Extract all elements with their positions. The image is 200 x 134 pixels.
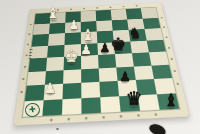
debris-speck <box>56 128 59 130</box>
square-b3 <box>45 70 64 85</box>
square-e3 <box>99 67 118 82</box>
square-b4 <box>46 57 64 71</box>
square-b5 <box>47 45 64 58</box>
square-f3 <box>116 66 136 81</box>
square-e2 <box>99 81 119 97</box>
square-h1 <box>157 93 180 110</box>
square-a6 <box>32 34 49 46</box>
square-a5 <box>30 45 48 58</box>
square-f5 <box>114 41 132 54</box>
brand-emblem-glyph: ✚ <box>29 106 37 115</box>
square-b1 <box>42 99 62 116</box>
square-c5 <box>64 44 81 57</box>
square-e4 <box>98 54 116 68</box>
square-h3 <box>151 64 172 79</box>
square-c2 <box>63 83 82 99</box>
square-d4 <box>81 55 99 69</box>
square-d2 <box>81 82 100 98</box>
chess-board-grid <box>23 8 179 117</box>
square-a3 <box>27 71 46 86</box>
square-h5 <box>147 39 166 52</box>
square-c4 <box>64 56 82 70</box>
square-f4 <box>115 53 134 67</box>
square-h4 <box>149 51 169 65</box>
square-d3 <box>81 68 99 83</box>
square-f2 <box>118 80 138 96</box>
square-f1 <box>119 95 140 112</box>
square-d6 <box>81 31 98 43</box>
square-f6 <box>113 30 131 42</box>
fallen-piece-off-board <box>148 122 168 134</box>
square-b2 <box>44 84 63 100</box>
square-d5 <box>81 43 98 56</box>
square-e6 <box>97 31 114 43</box>
square-d1 <box>81 97 101 114</box>
square-h2 <box>154 78 176 94</box>
square-e5 <box>97 42 115 55</box>
square-c3 <box>63 69 81 84</box>
square-e1 <box>100 96 120 113</box>
square-a2 <box>25 85 45 101</box>
square-c6 <box>64 32 80 44</box>
square-b6 <box>48 33 65 45</box>
vinyl-chess-mat <box>14 3 190 126</box>
photo-chess-scene: ✚ ♝♟♞♝♚♟♟♚♟♟♛♝ <box>0 0 200 134</box>
square-c1 <box>62 98 82 115</box>
square-h6 <box>145 28 164 40</box>
square-a4 <box>28 58 47 72</box>
